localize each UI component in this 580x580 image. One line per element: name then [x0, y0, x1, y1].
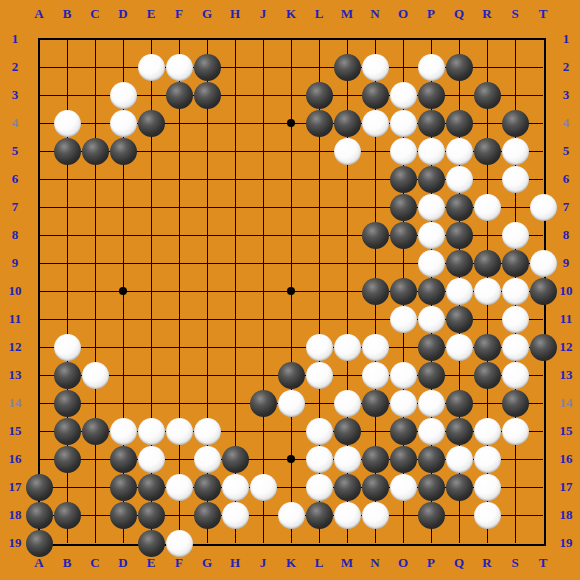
row-label-left: 15 [9, 423, 22, 439]
row-label-left: 6 [12, 171, 19, 187]
row-label-right: 12 [560, 339, 573, 355]
row-label-right: 3 [563, 87, 570, 103]
row-label-right: 11 [560, 311, 572, 327]
stone-black-P17[interactable] [418, 474, 445, 501]
row-label-right: 14 [560, 395, 573, 411]
col-label-bottom: N [370, 555, 379, 571]
col-label-top: N [370, 6, 379, 22]
stone-white-O5[interactable] [390, 138, 417, 165]
stone-black-D18[interactable] [110, 502, 137, 529]
stone-white-T7[interactable] [530, 194, 557, 221]
stone-white-M18[interactable] [334, 502, 361, 529]
col-label-top: J [260, 6, 267, 22]
row-label-left: 19 [9, 535, 22, 551]
stone-black-O7[interactable] [390, 194, 417, 221]
stone-white-N18[interactable] [362, 502, 389, 529]
stone-black-L4[interactable] [306, 110, 333, 137]
stone-white-G15[interactable] [194, 418, 221, 445]
col-label-top: H [230, 6, 240, 22]
stone-black-C15[interactable] [82, 418, 109, 445]
stone-black-G17[interactable] [194, 474, 221, 501]
stone-white-E16[interactable] [138, 446, 165, 473]
stone-black-L18[interactable] [306, 502, 333, 529]
go-board[interactable]: AA11BB22CC33DD44EE55FF66GG77HH88JJ99KK10… [0, 0, 580, 580]
row-label-right: 5 [563, 143, 570, 159]
row-label-right: 2 [563, 59, 570, 75]
row-label-left: 10 [9, 283, 22, 299]
col-label-top: D [118, 6, 127, 22]
stone-black-Q11[interactable] [446, 306, 473, 333]
stone-white-H18[interactable] [222, 502, 249, 529]
stone-white-N4[interactable] [362, 110, 389, 137]
col-label-top: O [398, 6, 408, 22]
stone-black-E19[interactable] [138, 530, 165, 557]
stone-white-S12[interactable] [502, 334, 529, 361]
row-label-left: 16 [9, 451, 22, 467]
row-label-left: 13 [9, 367, 22, 383]
row-label-right: 13 [560, 367, 573, 383]
stone-black-A19[interactable] [26, 530, 53, 557]
stone-black-B18[interactable] [54, 502, 81, 529]
col-label-bottom: D [118, 555, 127, 571]
stone-black-R13[interactable] [474, 362, 501, 389]
stone-black-K13[interactable] [278, 362, 305, 389]
stone-white-O4[interactable] [390, 110, 417, 137]
stone-black-J14[interactable] [250, 390, 277, 417]
stone-black-R3[interactable] [474, 82, 501, 109]
stone-white-G16[interactable] [194, 446, 221, 473]
col-label-top: E [147, 6, 156, 22]
stone-black-P4[interactable] [418, 110, 445, 137]
stone-black-A17[interactable] [26, 474, 53, 501]
col-label-top: M [341, 6, 353, 22]
stone-white-M16[interactable] [334, 446, 361, 473]
stone-black-B5[interactable] [54, 138, 81, 165]
stone-white-S10[interactable] [502, 278, 529, 305]
col-label-top: R [482, 6, 491, 22]
stone-black-F3[interactable] [166, 82, 193, 109]
stone-white-P8[interactable] [418, 222, 445, 249]
stone-white-Q6[interactable] [446, 166, 473, 193]
col-label-bottom: A [34, 555, 43, 571]
stone-white-O3[interactable] [390, 82, 417, 109]
row-label-left: 5 [12, 143, 19, 159]
stone-black-S14[interactable] [502, 390, 529, 417]
stone-white-Q12[interactable] [446, 334, 473, 361]
stone-white-F15[interactable] [166, 418, 193, 445]
stone-black-B13[interactable] [54, 362, 81, 389]
col-label-top: P [427, 6, 435, 22]
stone-white-O11[interactable] [390, 306, 417, 333]
col-label-top: K [286, 6, 296, 22]
row-label-right: 1 [563, 31, 570, 47]
stone-black-M17[interactable] [334, 474, 361, 501]
stone-black-Q15[interactable] [446, 418, 473, 445]
stone-black-P18[interactable] [418, 502, 445, 529]
stone-black-C5[interactable] [82, 138, 109, 165]
stone-black-R5[interactable] [474, 138, 501, 165]
stone-white-D15[interactable] [110, 418, 137, 445]
stone-black-L3[interactable] [306, 82, 333, 109]
stone-white-F17[interactable] [166, 474, 193, 501]
star-point-K10 [287, 287, 295, 295]
stone-white-L13[interactable] [306, 362, 333, 389]
col-label-bottom: Q [454, 555, 464, 571]
stone-white-O14[interactable] [390, 390, 417, 417]
row-label-left: 18 [9, 507, 22, 523]
row-label-left: 11 [9, 311, 21, 327]
stone-white-N12[interactable] [362, 334, 389, 361]
stone-black-T12[interactable] [530, 334, 557, 361]
stone-black-A18[interactable] [26, 502, 53, 529]
stone-white-P11[interactable] [418, 306, 445, 333]
stone-white-P15[interactable] [418, 418, 445, 445]
row-label-right: 9 [563, 255, 570, 271]
stone-white-Q10[interactable] [446, 278, 473, 305]
stone-white-R7[interactable] [474, 194, 501, 221]
col-label-top: Q [454, 6, 464, 22]
stone-white-R10[interactable] [474, 278, 501, 305]
row-label-right: 7 [563, 199, 570, 215]
stone-black-N10[interactable] [362, 278, 389, 305]
row-label-left: 8 [12, 227, 19, 243]
stone-black-G18[interactable] [194, 502, 221, 529]
stone-white-P2[interactable] [418, 54, 445, 81]
stone-white-O17[interactable] [390, 474, 417, 501]
stone-white-T9[interactable] [530, 250, 557, 277]
stone-white-R15[interactable] [474, 418, 501, 445]
col-label-bottom: O [398, 555, 408, 571]
stone-black-G2[interactable] [194, 54, 221, 81]
stone-white-K18[interactable] [278, 502, 305, 529]
col-label-bottom: E [147, 555, 156, 571]
col-label-top: B [63, 6, 72, 22]
stone-black-O8[interactable] [390, 222, 417, 249]
stone-black-T10[interactable] [530, 278, 557, 305]
col-label-top: L [315, 6, 324, 22]
stone-white-P7[interactable] [418, 194, 445, 221]
stone-black-O6[interactable] [390, 166, 417, 193]
stone-white-E2[interactable] [138, 54, 165, 81]
stone-black-N16[interactable] [362, 446, 389, 473]
stone-white-N2[interactable] [362, 54, 389, 81]
stone-white-S5[interactable] [502, 138, 529, 165]
stone-white-P14[interactable] [418, 390, 445, 417]
col-label-top: S [511, 6, 518, 22]
row-label-right: 16 [560, 451, 573, 467]
col-label-bottom: T [539, 555, 548, 571]
stone-white-D4[interactable] [110, 110, 137, 137]
col-label-top: T [539, 6, 548, 22]
star-point-K16 [287, 455, 295, 463]
stone-black-P3[interactable] [418, 82, 445, 109]
row-label-left: 17 [9, 479, 22, 495]
stone-black-Q17[interactable] [446, 474, 473, 501]
stone-white-M14[interactable] [334, 390, 361, 417]
stone-white-K14[interactable] [278, 390, 305, 417]
stone-black-R12[interactable] [474, 334, 501, 361]
stone-white-L17[interactable] [306, 474, 333, 501]
row-label-right: 17 [560, 479, 573, 495]
col-label-top: G [202, 6, 212, 22]
col-label-bottom: J [260, 555, 267, 571]
stone-black-D16[interactable] [110, 446, 137, 473]
col-label-top: A [34, 6, 43, 22]
row-label-right: 8 [563, 227, 570, 243]
row-label-left: 14 [9, 395, 22, 411]
stone-white-S13[interactable] [502, 362, 529, 389]
stone-black-B16[interactable] [54, 446, 81, 473]
stone-black-P10[interactable] [418, 278, 445, 305]
row-label-right: 19 [560, 535, 573, 551]
stone-white-M12[interactable] [334, 334, 361, 361]
stone-white-S11[interactable] [502, 306, 529, 333]
stone-black-N8[interactable] [362, 222, 389, 249]
col-label-bottom: R [482, 555, 491, 571]
stone-black-P6[interactable] [418, 166, 445, 193]
stone-black-B14[interactable] [54, 390, 81, 417]
row-label-left: 7 [12, 199, 19, 215]
stone-white-R18[interactable] [474, 502, 501, 529]
stone-white-S8[interactable] [502, 222, 529, 249]
stone-black-E17[interactable] [138, 474, 165, 501]
stone-white-F19[interactable] [166, 530, 193, 557]
stone-white-S15[interactable] [502, 418, 529, 445]
col-label-bottom: B [63, 555, 72, 571]
stone-white-C13[interactable] [82, 362, 109, 389]
stone-black-P16[interactable] [418, 446, 445, 473]
stone-white-F2[interactable] [166, 54, 193, 81]
stone-black-B15[interactable] [54, 418, 81, 445]
row-label-left: 12 [9, 339, 22, 355]
stone-white-B12[interactable] [54, 334, 81, 361]
row-label-right: 4 [563, 115, 570, 131]
stone-black-S9[interactable] [502, 250, 529, 277]
stone-black-Q7[interactable] [446, 194, 473, 221]
stone-white-L12[interactable] [306, 334, 333, 361]
col-label-bottom: S [511, 555, 518, 571]
stone-white-R17[interactable] [474, 474, 501, 501]
stone-white-Q16[interactable] [446, 446, 473, 473]
stone-black-N14[interactable] [362, 390, 389, 417]
col-label-bottom: F [175, 555, 183, 571]
stone-black-R9[interactable] [474, 250, 501, 277]
stone-black-D5[interactable] [110, 138, 137, 165]
stone-white-P9[interactable] [418, 250, 445, 277]
stone-white-E15[interactable] [138, 418, 165, 445]
stone-white-H17[interactable] [222, 474, 249, 501]
stone-black-Q14[interactable] [446, 390, 473, 417]
stone-black-P12[interactable] [418, 334, 445, 361]
row-label-left: 4 [12, 115, 19, 131]
row-label-left: 3 [12, 87, 19, 103]
stone-black-Q9[interactable] [446, 250, 473, 277]
stone-black-M2[interactable] [334, 54, 361, 81]
col-label-bottom: H [230, 555, 240, 571]
row-label-left: 2 [12, 59, 19, 75]
stone-white-P5[interactable] [418, 138, 445, 165]
stone-white-R16[interactable] [474, 446, 501, 473]
stone-black-M15[interactable] [334, 418, 361, 445]
stone-white-L16[interactable] [306, 446, 333, 473]
stone-black-O16[interactable] [390, 446, 417, 473]
star-point-K4 [287, 119, 295, 127]
stone-black-N17[interactable] [362, 474, 389, 501]
row-label-right: 18 [560, 507, 573, 523]
stone-black-M4[interactable] [334, 110, 361, 137]
row-label-left: 9 [12, 255, 19, 271]
stone-black-E18[interactable] [138, 502, 165, 529]
col-label-bottom: M [341, 555, 353, 571]
stone-white-M5[interactable] [334, 138, 361, 165]
stone-black-D17[interactable] [110, 474, 137, 501]
row-label-right: 15 [560, 423, 573, 439]
col-label-bottom: G [202, 555, 212, 571]
stone-black-N3[interactable] [362, 82, 389, 109]
col-label-bottom: K [286, 555, 296, 571]
stone-black-Q2[interactable] [446, 54, 473, 81]
stone-black-Q4[interactable] [446, 110, 473, 137]
stone-black-S4[interactable] [502, 110, 529, 137]
stone-white-Q5[interactable] [446, 138, 473, 165]
col-label-bottom: L [315, 555, 324, 571]
stone-black-P13[interactable] [418, 362, 445, 389]
row-label-left: 1 [12, 31, 19, 47]
stone-black-E4[interactable] [138, 110, 165, 137]
stone-white-O13[interactable] [390, 362, 417, 389]
col-label-bottom: P [427, 555, 435, 571]
stone-black-O15[interactable] [390, 418, 417, 445]
row-label-right: 10 [560, 283, 573, 299]
col-label-top: F [175, 6, 183, 22]
stone-white-L15[interactable] [306, 418, 333, 445]
stone-black-H16[interactable] [222, 446, 249, 473]
stone-white-B4[interactable] [54, 110, 81, 137]
stone-white-D3[interactable] [110, 82, 137, 109]
star-point-D10 [119, 287, 127, 295]
stone-white-S6[interactable] [502, 166, 529, 193]
col-label-bottom: C [90, 555, 99, 571]
stone-black-O10[interactable] [390, 278, 417, 305]
stone-white-J17[interactable] [250, 474, 277, 501]
stone-black-Q8[interactable] [446, 222, 473, 249]
stone-black-G3[interactable] [194, 82, 221, 109]
col-label-top: C [90, 6, 99, 22]
stone-white-N13[interactable] [362, 362, 389, 389]
row-label-right: 6 [563, 171, 570, 187]
